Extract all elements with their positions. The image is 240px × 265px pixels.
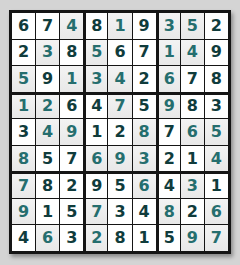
cell-r9c1[interactable]: 4 xyxy=(12,225,35,251)
cell-r7c6[interactable]: 6 xyxy=(133,172,156,198)
sudoku-grid: 6748193522385671495913426781264759833491… xyxy=(12,13,228,251)
cell-r6c7[interactable]: 2 xyxy=(157,146,180,172)
cell-r2c6[interactable]: 7 xyxy=(133,40,156,66)
cell-r8c5[interactable]: 3 xyxy=(108,199,131,225)
cell-r6c2[interactable]: 5 xyxy=(36,146,59,172)
cell-r3c1[interactable]: 5 xyxy=(12,66,35,92)
cell-r5c8[interactable]: 6 xyxy=(181,119,204,145)
cell-r9c9[interactable]: 7 xyxy=(205,225,228,251)
cell-r5c3[interactable]: 9 xyxy=(60,119,83,145)
cell-r6c3[interactable]: 7 xyxy=(60,146,83,172)
cell-r2c8[interactable]: 4 xyxy=(181,40,204,66)
cell-r3c3[interactable]: 1 xyxy=(60,66,83,92)
cell-r3c4[interactable]: 3 xyxy=(84,66,107,92)
cell-r4c3[interactable]: 6 xyxy=(60,93,83,119)
cell-r9c8[interactable]: 9 xyxy=(181,225,204,251)
cell-r4c8[interactable]: 8 xyxy=(181,93,204,119)
cell-r9c7[interactable]: 5 xyxy=(157,225,180,251)
cell-r7c8[interactable]: 3 xyxy=(181,172,204,198)
cell-r9c3[interactable]: 3 xyxy=(60,225,83,251)
cell-r8c7[interactable]: 8 xyxy=(157,199,180,225)
cell-r7c5[interactable]: 5 xyxy=(108,172,131,198)
cell-r7c4[interactable]: 9 xyxy=(84,172,107,198)
cell-r4c9[interactable]: 3 xyxy=(205,93,228,119)
cell-r7c9[interactable]: 1 xyxy=(205,172,228,198)
cell-r1c6[interactable]: 9 xyxy=(133,13,156,39)
cell-r6c9[interactable]: 4 xyxy=(205,146,228,172)
cell-r9c6[interactable]: 1 xyxy=(133,225,156,251)
cell-r3c8[interactable]: 7 xyxy=(181,66,204,92)
cell-r2c1[interactable]: 2 xyxy=(12,40,35,66)
cell-r2c3[interactable]: 8 xyxy=(60,40,83,66)
cell-r1c5[interactable]: 1 xyxy=(108,13,131,39)
cell-r8c6[interactable]: 4 xyxy=(133,199,156,225)
cell-r9c2[interactable]: 6 xyxy=(36,225,59,251)
cell-r4c4[interactable]: 4 xyxy=(84,93,107,119)
cell-r4c1[interactable]: 1 xyxy=(12,93,35,119)
cell-r6c8[interactable]: 1 xyxy=(181,146,204,172)
cell-r8c2[interactable]: 1 xyxy=(36,199,59,225)
cell-r7c2[interactable]: 8 xyxy=(36,172,59,198)
cell-r2c7[interactable]: 1 xyxy=(157,40,180,66)
cell-r5c6[interactable]: 8 xyxy=(133,119,156,145)
cell-r2c9[interactable]: 9 xyxy=(205,40,228,66)
cell-r8c4[interactable]: 7 xyxy=(84,199,107,225)
cell-r2c4[interactable]: 5 xyxy=(84,40,107,66)
sudoku-board: 6748193522385671495913426781264759833491… xyxy=(9,10,231,254)
cell-r1c9[interactable]: 2 xyxy=(205,13,228,39)
cell-r5c7[interactable]: 7 xyxy=(157,119,180,145)
cell-r9c5[interactable]: 8 xyxy=(108,225,131,251)
cell-r4c5[interactable]: 7 xyxy=(108,93,131,119)
cell-r8c1[interactable]: 9 xyxy=(12,199,35,225)
cell-r7c3[interactable]: 2 xyxy=(60,172,83,198)
cell-r1c8[interactable]: 5 xyxy=(181,13,204,39)
cell-r8c8[interactable]: 2 xyxy=(181,199,204,225)
page: { "game": "sudoku", "position": "6748193… xyxy=(0,0,240,265)
cell-r7c7[interactable]: 4 xyxy=(157,172,180,198)
cell-r3c6[interactable]: 2 xyxy=(133,66,156,92)
cell-r4c2[interactable]: 2 xyxy=(36,93,59,119)
cell-r5c1[interactable]: 3 xyxy=(12,119,35,145)
cell-r7c1[interactable]: 7 xyxy=(12,172,35,198)
cell-r3c7[interactable]: 6 xyxy=(157,66,180,92)
cell-r2c2[interactable]: 3 xyxy=(36,40,59,66)
cell-r8c9[interactable]: 6 xyxy=(205,199,228,225)
cell-r6c4[interactable]: 6 xyxy=(84,146,107,172)
cell-r1c3[interactable]: 4 xyxy=(60,13,83,39)
cell-r3c2[interactable]: 9 xyxy=(36,66,59,92)
cell-r5c9[interactable]: 5 xyxy=(205,119,228,145)
cell-r8c3[interactable]: 5 xyxy=(60,199,83,225)
cell-r5c5[interactable]: 2 xyxy=(108,119,131,145)
cell-r6c5[interactable]: 9 xyxy=(108,146,131,172)
cell-r5c4[interactable]: 1 xyxy=(84,119,107,145)
cell-r1c2[interactable]: 7 xyxy=(36,13,59,39)
cell-r3c5[interactable]: 4 xyxy=(108,66,131,92)
cell-r9c4[interactable]: 2 xyxy=(84,225,107,251)
cell-r6c6[interactable]: 3 xyxy=(133,146,156,172)
cell-r1c4[interactable]: 8 xyxy=(84,13,107,39)
cell-r2c5[interactable]: 6 xyxy=(108,40,131,66)
cell-r3c9[interactable]: 8 xyxy=(205,66,228,92)
cell-r1c7[interactable]: 3 xyxy=(157,13,180,39)
cell-r6c1[interactable]: 8 xyxy=(12,146,35,172)
cell-r5c2[interactable]: 4 xyxy=(36,119,59,145)
cell-r4c7[interactable]: 9 xyxy=(157,93,180,119)
cell-r1c1[interactable]: 6 xyxy=(12,13,35,39)
cell-r4c6[interactable]: 5 xyxy=(133,93,156,119)
